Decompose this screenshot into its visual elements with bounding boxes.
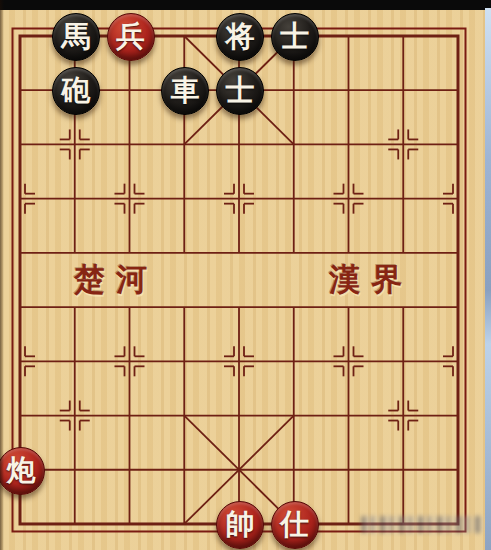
black-general[interactable]: 将 (216, 13, 264, 61)
river-label-chu-he: 楚河 (74, 259, 158, 299)
red-cannon[interactable]: 炮 (0, 447, 45, 495)
screen-edge-strip (485, 8, 491, 550)
red-soldier[interactable]: 兵 (107, 13, 155, 61)
red-general[interactable]: 帥 (216, 501, 264, 549)
top-black-bar (0, 0, 491, 10)
red-advisor[interactable]: 仕 (271, 501, 319, 549)
xiangqi-app-screen: 楚河 漢界 馬兵将士砲車士炮帥仕 (0, 0, 491, 550)
blurred-watermark (361, 516, 483, 533)
black-advisor[interactable]: 士 (271, 13, 319, 61)
river-label-han-jie: 漢界 (329, 259, 413, 299)
black-advisor[interactable]: 士 (216, 67, 264, 115)
black-cannon[interactable]: 砲 (52, 67, 100, 115)
screen-left-shadow (0, 0, 4, 550)
black-horse[interactable]: 馬 (52, 13, 100, 61)
